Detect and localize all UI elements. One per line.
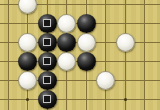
grid-line-vertical-7: [144, 0, 145, 110]
screenshot: [0, 0, 160, 110]
grid-line-vertical-6: [125, 0, 126, 110]
white-stone[interactable]: [96, 71, 115, 90]
square-marker-icon: [43, 76, 51, 84]
white-stone[interactable]: [18, 33, 37, 52]
black-stone[interactable]: [38, 33, 57, 52]
square-marker-icon: [43, 38, 51, 46]
star-point-0: [26, 98, 29, 101]
white-stone[interactable]: [77, 33, 96, 52]
grid-line-vertical-0: [8, 0, 9, 110]
black-stone[interactable]: [38, 90, 57, 109]
black-stone[interactable]: [38, 14, 57, 33]
white-stone[interactable]: [116, 33, 135, 52]
white-stone[interactable]: [18, 0, 37, 14]
black-stone[interactable]: [38, 71, 57, 90]
white-stone[interactable]: [18, 71, 37, 90]
black-stone[interactable]: [77, 52, 96, 71]
white-stone[interactable]: [57, 52, 76, 71]
black-stone[interactable]: [18, 52, 37, 71]
go-board[interactable]: [0, 0, 160, 110]
star-point-1: [124, 98, 127, 101]
white-stone[interactable]: [57, 14, 76, 33]
square-marker-icon: [43, 95, 51, 103]
black-stone[interactable]: [77, 14, 96, 33]
black-stone[interactable]: [57, 33, 76, 52]
grid-line-vertical-5: [105, 0, 106, 110]
square-marker-icon: [43, 57, 51, 65]
grid-line-horizontal-5: [0, 99, 160, 100]
black-stone[interactable]: [38, 52, 57, 71]
square-marker-icon: [43, 19, 51, 27]
